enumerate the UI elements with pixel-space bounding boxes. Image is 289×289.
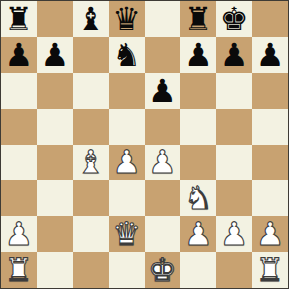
square-d4[interactable]: ♟︎ [109,145,145,181]
square-h5[interactable] [252,109,288,145]
square-b3[interactable] [37,180,73,216]
piece-black-pawn[interactable]: ♟︎ [5,37,34,73]
square-a3[interactable] [1,180,37,216]
piece-black-knight[interactable]: ♞︎ [112,37,141,73]
square-d3[interactable] [109,180,145,216]
square-a8[interactable]: ♜︎ [1,1,37,37]
square-d2[interactable]: ♛︎ [109,216,145,252]
square-a6[interactable] [1,73,37,109]
piece-white-king[interactable]: ♚︎ [148,252,177,288]
square-h3[interactable] [252,180,288,216]
square-f6[interactable] [180,73,216,109]
square-d7[interactable]: ♞︎ [109,37,145,73]
square-c5[interactable] [73,109,109,145]
piece-white-rook[interactable]: ♜︎ [5,252,34,288]
chess-board: ♜︎♝︎♛︎♜︎♚︎♟︎♟︎♞︎♟︎♟︎♟︎♟︎♝︎♟︎♟︎♞︎♟︎♛︎♟︎♟︎… [0,0,289,289]
square-e7[interactable] [145,37,181,73]
square-a7[interactable]: ♟︎ [1,37,37,73]
square-f8[interactable]: ♜︎ [180,1,216,37]
square-f2[interactable]: ♟︎ [180,216,216,252]
piece-white-pawn[interactable]: ♟︎ [256,216,285,252]
piece-black-pawn[interactable]: ♟︎ [184,37,213,73]
piece-black-bishop[interactable]: ♝︎ [76,1,105,37]
piece-black-pawn[interactable]: ♟︎ [40,37,69,73]
square-c6[interactable] [73,73,109,109]
square-h2[interactable]: ♟︎ [252,216,288,252]
piece-white-pawn[interactable]: ♟︎ [112,145,141,181]
piece-white-pawn[interactable]: ♟︎ [5,216,34,252]
piece-white-bishop[interactable]: ♝︎ [76,145,105,181]
square-e5[interactable] [145,109,181,145]
square-c4[interactable]: ♝︎ [73,145,109,181]
square-b6[interactable] [37,73,73,109]
square-a4[interactable] [1,145,37,181]
square-f1[interactable] [180,252,216,288]
square-h6[interactable] [252,73,288,109]
square-a2[interactable]: ♟︎ [1,216,37,252]
square-e3[interactable] [145,180,181,216]
piece-white-knight[interactable]: ♞︎ [184,180,213,216]
square-a5[interactable] [1,109,37,145]
square-g3[interactable] [216,180,252,216]
square-c3[interactable] [73,180,109,216]
square-h1[interactable]: ♜︎ [252,252,288,288]
piece-white-pawn[interactable]: ♟︎ [148,145,177,181]
square-b1[interactable] [37,252,73,288]
piece-black-rook[interactable]: ♜︎ [5,1,34,37]
piece-white-pawn[interactable]: ♟︎ [184,216,213,252]
square-h4[interactable] [252,145,288,181]
square-b8[interactable] [37,1,73,37]
square-g7[interactable]: ♟︎ [216,37,252,73]
square-d6[interactable] [109,73,145,109]
square-e1[interactable]: ♚︎ [145,252,181,288]
piece-white-rook[interactable]: ♜︎ [256,252,285,288]
square-e6[interactable]: ♟︎ [145,73,181,109]
square-h7[interactable]: ♟︎ [252,37,288,73]
square-g4[interactable] [216,145,252,181]
square-f3[interactable]: ♞︎ [180,180,216,216]
square-d8[interactable]: ♛︎ [109,1,145,37]
piece-black-pawn[interactable]: ♟︎ [148,73,177,109]
piece-black-rook[interactable]: ♜︎ [184,1,213,37]
square-g8[interactable]: ♚︎ [216,1,252,37]
square-e8[interactable] [145,1,181,37]
square-f4[interactable] [180,145,216,181]
square-c2[interactable] [73,216,109,252]
square-c7[interactable] [73,37,109,73]
square-g5[interactable] [216,109,252,145]
square-b5[interactable] [37,109,73,145]
square-d1[interactable] [109,252,145,288]
square-b2[interactable] [37,216,73,252]
square-d5[interactable] [109,109,145,145]
square-b4[interactable] [37,145,73,181]
square-a1[interactable]: ♜︎ [1,252,37,288]
piece-white-pawn[interactable]: ♟︎ [220,216,249,252]
square-c8[interactable]: ♝︎ [73,1,109,37]
piece-white-queen[interactable]: ♛︎ [112,216,141,252]
piece-black-king[interactable]: ♚︎ [220,1,249,37]
square-g1[interactable] [216,252,252,288]
square-g6[interactable] [216,73,252,109]
square-g2[interactable]: ♟︎ [216,216,252,252]
square-c1[interactable] [73,252,109,288]
square-b7[interactable]: ♟︎ [37,37,73,73]
square-f7[interactable]: ♟︎ [180,37,216,73]
square-e2[interactable] [145,216,181,252]
square-f5[interactable] [180,109,216,145]
square-e4[interactable]: ♟︎ [145,145,181,181]
piece-black-pawn[interactable]: ♟︎ [256,37,285,73]
square-h8[interactable] [252,1,288,37]
piece-black-queen[interactable]: ♛︎ [112,1,141,37]
piece-black-pawn[interactable]: ♟︎ [220,37,249,73]
